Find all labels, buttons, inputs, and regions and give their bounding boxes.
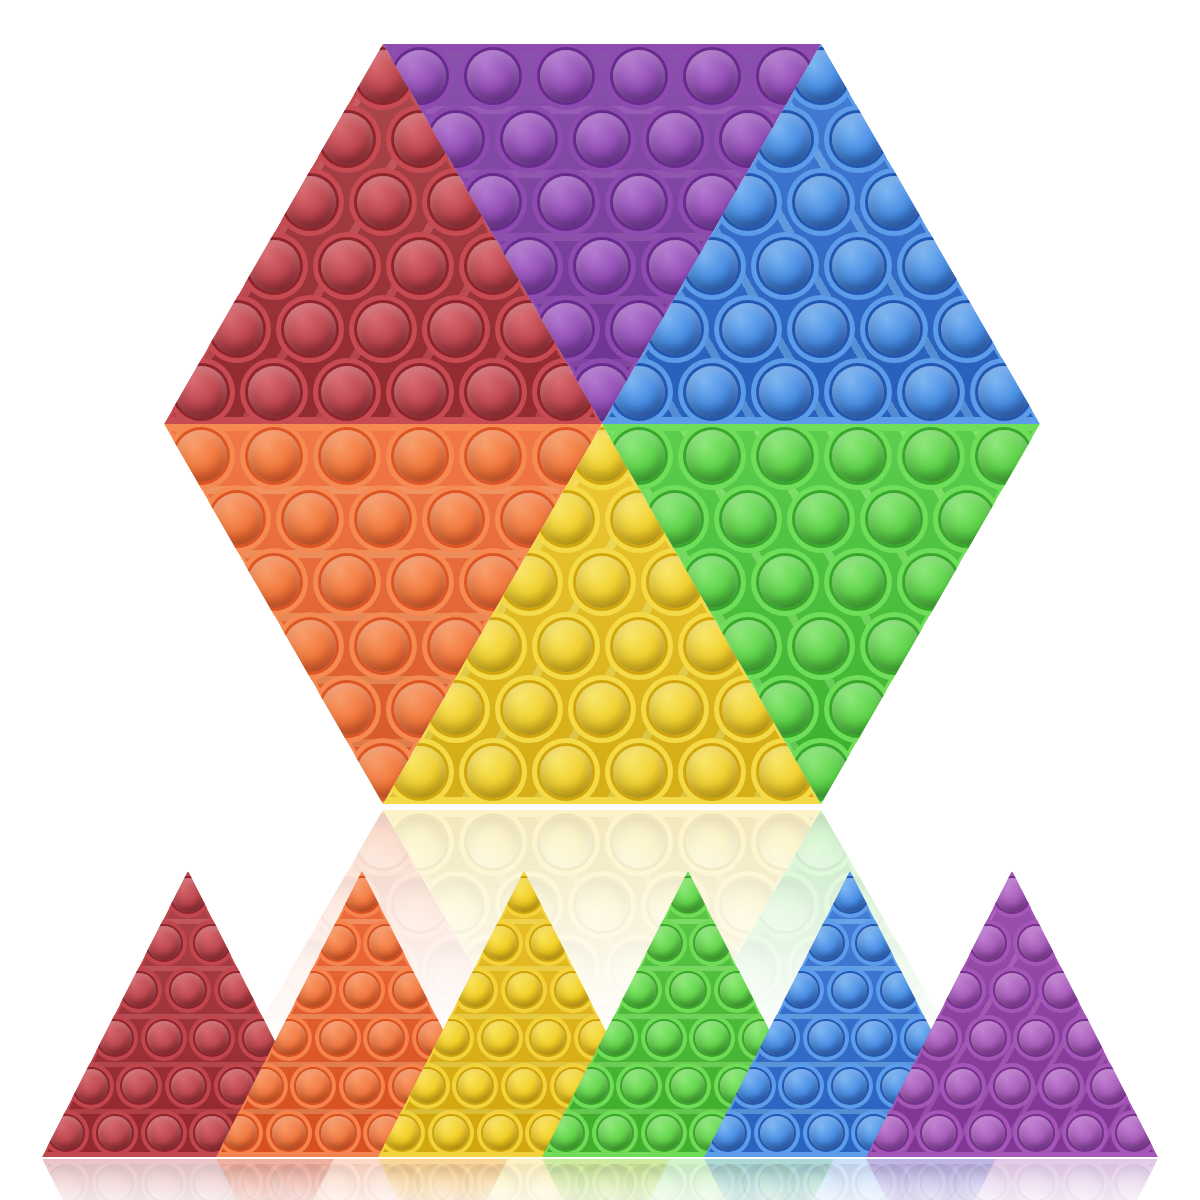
pop-bubble-purple-r4c2[interactable] — [971, 1021, 1005, 1055]
reflection-pop-bubble-green-r6c1 — [549, 1166, 583, 1200]
reflection-pop-bubble-yellow-r6c2 — [467, 816, 519, 868]
pop-bubble-red-r6c3[interactable] — [321, 366, 373, 418]
pop-bubble-yellow-r4c2[interactable] — [483, 1021, 517, 1055]
reflection-pop-bubble-blue-r6c6 — [955, 1166, 989, 1200]
pop-bubble-green-r1c2[interactable] — [686, 430, 738, 482]
pop-bubble-red-r4c3[interactable] — [394, 240, 446, 292]
pop-bubble-purple-r4c2[interactable] — [576, 240, 628, 292]
reflection-pop-bubble-red-r6c1 — [49, 1166, 83, 1200]
pop-bubble-yellow-r5c1[interactable] — [410, 1069, 444, 1103]
reflection-triangle-body — [47, 1164, 329, 1200]
pop-bubble-yellow-r5c2[interactable] — [503, 683, 555, 735]
pop-bubble-orange-r6c3[interactable] — [321, 1116, 355, 1150]
pop-bubble-purple-r1c5[interactable] — [686, 50, 738, 102]
pop-bubble-red-r5c4[interactable] — [430, 303, 482, 355]
reflection-pop-bubble-purple-r6c6 — [1117, 1166, 1151, 1200]
pop-bubble-green-r1c5[interactable] — [905, 430, 957, 482]
pop-bubble-red-r4c1[interactable] — [248, 240, 300, 292]
pop-bubble-purple-r4c3[interactable] — [1019, 1021, 1053, 1055]
pop-bubble-green-r1c1[interactable] — [671, 878, 705, 912]
pop-bubble-yellow-r5c3[interactable] — [507, 1069, 541, 1103]
reflection-pop-bubble-yellow-r6c1 — [394, 816, 446, 868]
pop-bubble-red-r4c2[interactable] — [321, 240, 373, 292]
reflection-of-green-small — [542, 1159, 834, 1200]
reflection-triangle-frame — [42, 1159, 334, 1200]
reflection-pop-bubble-purple-r6c2 — [922, 1166, 956, 1200]
pop-bubble-green-r4c2[interactable] — [647, 1021, 681, 1055]
reflection-pop-bubble-red-r6c1 — [175, 1196, 227, 1200]
pop-bubble-orange-r3c2[interactable] — [345, 973, 379, 1007]
pop-bubble-blue-r6c2[interactable] — [686, 366, 738, 418]
pop-bubble-blue-r3c2[interactable] — [833, 973, 867, 1007]
pop-bubble-blue-r6c6[interactable] — [978, 366, 1030, 418]
pop-bubble-green-r2c2[interactable] — [722, 493, 774, 545]
reflection-pop-it-triangle-red-large — [164, 1190, 602, 1200]
pop-bubble-purple-r6c5[interactable] — [1068, 1116, 1102, 1150]
reflection-triangle-body — [871, 1164, 1153, 1200]
reflection-pop-it-triangle-blue-small — [704, 1159, 996, 1200]
pop-bubble-green-r3c4[interactable] — [905, 556, 957, 608]
pop-bubble-red-r1c1[interactable] — [171, 878, 205, 912]
pop-it-triangle-purple-small[interactable] — [866, 871, 1158, 1157]
pop-bubble-yellow-r3c2[interactable] — [507, 973, 541, 1007]
reflection-triangle-frame — [383, 1190, 821, 1200]
pop-bubble-yellow-r4c3[interactable] — [613, 620, 665, 672]
pop-bubble-green-r2c5[interactable] — [941, 493, 993, 545]
pop-bubble-orange-r5c3[interactable] — [345, 1069, 379, 1103]
pop-bubble-red-r5c2[interactable] — [122, 1069, 156, 1103]
reflection-triangle-frame — [216, 1159, 508, 1200]
pop-bubble-purple-r2c4[interactable] — [649, 113, 701, 165]
reflection-pop-bubble-green-r6c5 — [744, 1166, 778, 1200]
pop-bubble-red-r6c3[interactable] — [147, 1116, 181, 1150]
pop-bubble-purple-r1c1[interactable] — [995, 878, 1029, 912]
reflection-pop-bubble-blue-r6c6 — [978, 1196, 1030, 1200]
reflection-pop-bubble-purple-r6c1 — [576, 1196, 628, 1200]
reflection-pop-bubble-orange-r6c6 — [467, 1166, 501, 1200]
pop-bubble-blue-r6c3[interactable] — [759, 366, 811, 418]
pop-bubble-yellow-r6c3[interactable] — [483, 1116, 517, 1150]
pop-bubble-purple-r3c2[interactable] — [540, 176, 592, 228]
pop-bubble-blue-r5c4[interactable] — [868, 303, 920, 355]
pop-bubble-yellow-r6c4[interactable] — [613, 746, 665, 798]
pop-bubble-yellow-r6c5[interactable] — [686, 746, 738, 798]
pop-bubble-red-r5c1[interactable] — [211, 303, 263, 355]
pop-bubble-purple-r2c3[interactable] — [576, 113, 628, 165]
reflection-pop-bubble-blue-r6c4 — [832, 1196, 884, 1200]
reflection-of-orange-small — [216, 1159, 508, 1200]
reflection-pop-bubble-orange-r6c2 — [272, 1166, 306, 1200]
pop-bubble-blue-r5c2[interactable] — [784, 1069, 818, 1103]
pop-bubble-orange-r1c1[interactable] — [345, 878, 379, 912]
reflection-pop-bubble-blue-r6c3 — [759, 1196, 811, 1200]
pop-bubble-blue-r5c1[interactable] — [736, 1069, 770, 1103]
reflection-triangle-frame — [602, 1190, 1040, 1200]
reflection-triangle-frame — [704, 1159, 996, 1200]
reflection-of-purple-small — [866, 1159, 1158, 1200]
pop-bubble-blue-r5c5[interactable] — [941, 303, 993, 355]
reflection-pop-bubble-red-r6c6 — [540, 1196, 592, 1200]
reflection-pop-bubble-orange-r6c4 — [369, 1166, 403, 1200]
pop-bubble-blue-r2c1[interactable] — [809, 926, 843, 960]
reflection-pop-bubble-purple-r6c1 — [873, 1166, 907, 1200]
pop-bubble-yellow-r5c2[interactable] — [458, 1069, 492, 1103]
reflection-pop-bubble-green-r6c3 — [647, 1166, 681, 1200]
pop-bubble-blue-r4c1[interactable] — [760, 1021, 794, 1055]
pop-bubble-orange-r1c5[interactable] — [467, 430, 519, 482]
reflection-triangle-body — [709, 1164, 991, 1200]
reflection-pop-bubble-blue-r6c5 — [906, 1166, 940, 1200]
pop-bubble-green-r6c3[interactable] — [647, 1116, 681, 1150]
triangle-body — [871, 876, 1153, 1152]
pop-bubble-yellow-r4c1[interactable] — [434, 1021, 468, 1055]
reflection-pop-bubble-yellow-r6c4 — [531, 1166, 565, 1200]
pop-bubble-blue-r4c2[interactable] — [759, 240, 811, 292]
pop-bubble-purple-r3c3[interactable] — [613, 176, 665, 228]
pop-bubble-green-r3c2[interactable] — [759, 556, 811, 608]
reflection-pop-bubble-red-r6c5 — [467, 1196, 519, 1200]
pop-bubble-purple-r4c1[interactable] — [922, 1021, 956, 1055]
pop-bubble-red-r5c1[interactable] — [74, 1069, 108, 1103]
pop-bubble-orange-r3c1[interactable] — [248, 556, 300, 608]
pop-bubble-purple-r4c4[interactable] — [1068, 1021, 1102, 1055]
pop-bubble-purple-r1c4[interactable] — [613, 50, 665, 102]
reflection-pop-bubble-purple-r6c4 — [1019, 1166, 1053, 1200]
reflection-pop-bubble-green-r6c1 — [795, 816, 847, 868]
reflection-pop-bubble-blue-r6c5 — [905, 1196, 957, 1200]
pop-bubble-orange-r5c2[interactable] — [296, 1069, 330, 1103]
pop-bubble-green-r5c3[interactable] — [671, 1069, 705, 1103]
pop-bubble-red-r3c2[interactable] — [357, 176, 409, 228]
reflection-pop-bubble-red-r6c2 — [98, 1166, 132, 1200]
reflection-pop-bubble-green-r6c6 — [793, 1166, 827, 1200]
pop-bubble-red-r6c2[interactable] — [98, 1116, 132, 1150]
pop-bubble-orange-r1c2[interactable] — [248, 430, 300, 482]
reflection-pop-it-triangle-purple-small — [866, 1159, 1158, 1200]
pop-bubble-orange-r1c4[interactable] — [394, 430, 446, 482]
pop-bubble-blue-r6c5[interactable] — [905, 366, 957, 418]
pop-bubble-purple-r2c2[interactable] — [1019, 926, 1053, 960]
pop-bubble-green-r3c3[interactable] — [832, 556, 884, 608]
pop-bubble-red-r6c5[interactable] — [467, 366, 519, 418]
reflection-pop-bubble-purple-r6c3 — [971, 1166, 1005, 1200]
pop-bubble-green-r2c4[interactable] — [868, 493, 920, 545]
pop-bubble-orange-r2c1[interactable] — [211, 493, 263, 545]
pop-bubble-green-r4c3[interactable] — [868, 620, 920, 672]
reflection-pop-bubble-orange-r6c1 — [357, 816, 409, 868]
pop-bubble-purple-r6c6[interactable] — [1117, 1116, 1151, 1150]
pop-bubble-purple-r3c2[interactable] — [995, 973, 1029, 1007]
reflection-pop-it-triangle-green-small — [542, 1159, 834, 1200]
pop-bubble-red-r5c3[interactable] — [171, 1069, 205, 1103]
pop-bubble-blue-r2c2[interactable] — [832, 113, 884, 165]
pop-bubble-orange-r5c1[interactable] — [248, 1069, 282, 1103]
reflection-pop-bubble-red-r6c3 — [321, 1196, 373, 1200]
reflection-pop-bubble-orange-r6c1 — [223, 1166, 257, 1200]
front-row-slot-purple — [866, 871, 1158, 1157]
reflection-triangle-frame — [866, 1159, 1158, 1200]
pop-bubble-green-r4c1[interactable] — [598, 1021, 632, 1055]
pop-bubble-purple-r5c3[interactable] — [995, 1069, 1029, 1103]
reflection-pop-it-triangle-orange-small — [216, 1159, 508, 1200]
reflection-pop-bubble-yellow-r6c5 — [686, 816, 738, 868]
pop-bubble-purple-r6c3[interactable] — [971, 1116, 1005, 1150]
pop-bubble-green-r1c3[interactable] — [759, 430, 811, 482]
reflection-pop-bubble-blue-r6c2 — [760, 1166, 794, 1200]
product-photo-scene — [0, 0, 1200, 1200]
pop-bubble-orange-r6c2[interactable] — [272, 1116, 306, 1150]
reflection-of-blue-small — [704, 1159, 996, 1200]
reflection-pop-bubble-blue-r6c3 — [809, 1166, 843, 1200]
pop-bubble-blue-r5c3[interactable] — [795, 303, 847, 355]
pop-bubble-red-r6c2[interactable] — [248, 366, 300, 418]
reflection-triangle-body — [221, 1164, 503, 1200]
pop-bubble-green-r5c2[interactable] — [622, 1069, 656, 1103]
pop-bubble-purple-r5c1[interactable] — [898, 1069, 932, 1103]
reflection-pop-bubble-green-r6c2 — [598, 1166, 632, 1200]
pop-bubble-orange-r2c2[interactable] — [284, 493, 336, 545]
pop-bubble-orange-r3c3[interactable] — [394, 556, 446, 608]
pop-bubble-red-r2c1[interactable] — [321, 113, 373, 165]
reflection-pop-bubble-yellow-r6c3 — [540, 816, 592, 868]
pop-bubble-green-r2c1[interactable] — [647, 926, 681, 960]
reflection-pop-bubble-yellow-r6c4 — [613, 816, 665, 868]
pop-bubble-yellow-r3c2[interactable] — [576, 556, 628, 608]
reflection-pop-bubble-orange-r6c3 — [321, 1166, 355, 1200]
reflection-pop-bubble-blue-r6c2 — [686, 1196, 738, 1200]
reflection-pop-bubble-red-r6c2 — [248, 1196, 300, 1200]
pop-bubble-purple-r3c3[interactable] — [1044, 973, 1078, 1007]
pop-bubble-purple-r5c2[interactable] — [946, 1069, 980, 1103]
pop-bubble-blue-r4c2[interactable] — [809, 1021, 843, 1055]
pop-bubble-orange-r2c1[interactable] — [321, 926, 355, 960]
reflection-pop-bubble-yellow-r6c6 — [629, 1166, 663, 1200]
reflection-triangle-body — [383, 1164, 665, 1200]
pop-bubble-yellow-r2c1[interactable] — [483, 926, 517, 960]
reflection-pop-bubble-red-r6c4 — [394, 1196, 446, 1200]
pop-bubble-yellow-r6c2[interactable] — [467, 746, 519, 798]
reflection-pop-it-triangle-red-small — [42, 1159, 334, 1200]
pop-bubble-purple-r1c3[interactable] — [540, 50, 592, 102]
pop-bubble-yellow-r6c3[interactable] — [540, 746, 592, 798]
reflection-pop-it-triangle-purple-large — [383, 1190, 821, 1200]
pop-bubble-purple-r2c2[interactable] — [503, 113, 555, 165]
pop-bubble-orange-r5c1[interactable] — [321, 683, 373, 735]
pop-bubble-green-r1c4[interactable] — [832, 430, 884, 482]
pop-bubble-blue-r4c3[interactable] — [832, 240, 884, 292]
pop-bubble-purple-r2c1[interactable] — [971, 926, 1005, 960]
pop-bubble-blue-r3c2[interactable] — [795, 176, 847, 228]
pop-bubble-green-r1c6[interactable] — [978, 430, 1030, 482]
pop-bubble-blue-r6c4[interactable] — [832, 366, 884, 418]
pop-bubble-yellow-r4c2[interactable] — [540, 620, 592, 672]
pop-bubble-purple-r1c2[interactable] — [467, 50, 519, 102]
pop-bubble-orange-r2c4[interactable] — [430, 493, 482, 545]
reflection-triangle-body — [547, 1164, 829, 1200]
pop-bubble-purple-r5c5[interactable] — [1092, 1069, 1126, 1103]
pop-bubble-red-r5c3[interactable] — [357, 303, 409, 355]
reflection-pop-bubble-red-r6c3 — [147, 1166, 181, 1200]
pop-bubble-orange-r4c1[interactable] — [272, 1021, 306, 1055]
pop-bubble-red-r3c1[interactable] — [284, 176, 336, 228]
reflection-pop-bubble-blue-r6c1 — [613, 1196, 665, 1200]
reflection-pop-bubble-purple-r6c5 — [1068, 1166, 1102, 1200]
pop-bubble-red-r6c4[interactable] — [394, 366, 446, 418]
pop-bubble-blue-r5c2[interactable] — [722, 303, 774, 355]
pop-bubble-red-r4c2[interactable] — [147, 1021, 181, 1055]
pop-bubble-blue-r1c1[interactable] — [833, 878, 867, 912]
reflection-pop-bubble-green-r6c4 — [695, 1166, 729, 1200]
pop-bubble-green-r4c2[interactable] — [795, 620, 847, 672]
reflection-of-yellow-small — [378, 1159, 670, 1200]
pop-bubble-yellow-r5c3[interactable] — [576, 683, 628, 735]
reflection-of-red-small — [42, 1159, 334, 1200]
reflection-pop-it-triangle-blue-large — [602, 1190, 1040, 1200]
pop-bubble-blue-r5c3[interactable] — [833, 1069, 867, 1103]
pop-bubble-purple-r5c4[interactable] — [1044, 1069, 1078, 1103]
reflection-triangle-frame — [378, 1159, 670, 1200]
reflection-pop-it-triangle-yellow-small — [378, 1159, 670, 1200]
pop-bubble-green-r2c3[interactable] — [795, 493, 847, 545]
pop-bubble-red-r3c2[interactable] — [171, 973, 205, 1007]
reflection-pop-bubble-yellow-r6c5 — [580, 1166, 614, 1200]
pop-bubble-green-r5c2[interactable] — [832, 683, 884, 735]
reflection-pop-bubble-yellow-r6c2 — [434, 1166, 468, 1200]
reflection-pop-bubble-red-r6c5 — [244, 1166, 278, 1200]
pop-bubble-purple-r6c2[interactable] — [922, 1116, 956, 1150]
pop-bubble-red-r4c1[interactable] — [98, 1021, 132, 1055]
reflection-triangle-frame — [164, 1190, 602, 1200]
pop-bubble-green-r3c2[interactable] — [671, 973, 705, 1007]
reflection-pop-bubble-yellow-r6c3 — [483, 1166, 517, 1200]
hexagon-pop-it-assembly[interactable] — [164, 44, 1040, 804]
pop-bubble-yellow-r1c1[interactable] — [507, 878, 541, 912]
pop-bubble-orange-r2c3[interactable] — [357, 493, 409, 545]
reflection-triangle-frame — [542, 1159, 834, 1200]
pop-bubble-orange-r3c2[interactable] — [321, 556, 373, 608]
pop-bubble-red-r6c1[interactable] — [175, 366, 227, 418]
pop-bubble-blue-r6c3[interactable] — [809, 1116, 843, 1150]
pop-bubble-orange-r4c1[interactable] — [284, 620, 336, 672]
pop-bubble-yellow-r5c4[interactable] — [649, 683, 701, 735]
pop-bubble-green-r6c2[interactable] — [598, 1116, 632, 1150]
reflection-pop-bubble-yellow-r6c1 — [385, 1166, 419, 1200]
reflection-pop-bubble-blue-r6c4 — [857, 1166, 891, 1200]
pop-bubble-orange-r1c1[interactable] — [175, 430, 227, 482]
pop-bubble-orange-r4c2[interactable] — [357, 620, 409, 672]
pop-bubble-red-r5c2[interactable] — [284, 303, 336, 355]
reflection-pop-bubble-red-r6c6 — [293, 1166, 327, 1200]
reflection-pop-bubble-yellow-r6c6 — [759, 816, 811, 868]
pop-bubble-red-r2c1[interactable] — [147, 926, 181, 960]
pop-bubble-blue-r3c3[interactable] — [868, 176, 920, 228]
pop-bubble-orange-r1c3[interactable] — [321, 430, 373, 482]
pop-bubble-blue-r4c4[interactable] — [905, 240, 957, 292]
pop-bubble-yellow-r6c2[interactable] — [434, 1116, 468, 1150]
reflection-pop-bubble-orange-r6c5 — [418, 1166, 452, 1200]
pop-bubble-green-r5c1[interactable] — [574, 1069, 608, 1103]
reflection-pop-bubble-red-r6c4 — [195, 1166, 229, 1200]
pop-bubble-blue-r6c2[interactable] — [760, 1116, 794, 1150]
reflection-pop-bubble-blue-r6c1 — [711, 1166, 745, 1200]
pop-bubble-orange-r4c2[interactable] — [321, 1021, 355, 1055]
